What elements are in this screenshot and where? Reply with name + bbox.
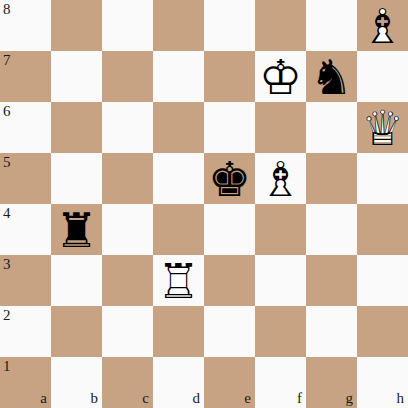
rank-label-3: 3	[3, 257, 11, 272]
black-knight[interactable]: ♞	[306, 51, 357, 102]
white-bishop-outline-icon: ♗	[255, 153, 306, 204]
square-g1[interactable]: g	[306, 357, 357, 408]
white-rook[interactable]: ♜♖	[153, 255, 204, 306]
square-d7[interactable]	[153, 51, 204, 102]
white-rook-outline-icon: ♖	[153, 255, 204, 306]
black-knight-icon: ♞	[306, 51, 357, 102]
square-g3[interactable]	[306, 255, 357, 306]
square-e3[interactable]	[204, 255, 255, 306]
square-h6[interactable]: ♛♕	[357, 102, 408, 153]
square-d4[interactable]	[153, 204, 204, 255]
rank-label-7: 7	[3, 53, 11, 68]
square-g5[interactable]	[306, 153, 357, 204]
black-rook[interactable]: ♜	[51, 204, 102, 255]
square-a6[interactable]: 6	[0, 102, 51, 153]
square-a7[interactable]: 7	[0, 51, 51, 102]
square-a5[interactable]: 5	[0, 153, 51, 204]
file-label-a: a	[40, 391, 47, 406]
white-queen-outline-icon: ♕	[357, 102, 408, 153]
square-h4[interactable]	[357, 204, 408, 255]
rank-label-4: 4	[3, 206, 11, 221]
square-f3[interactable]	[255, 255, 306, 306]
file-label-h: h	[397, 391, 405, 406]
square-h1[interactable]: h	[357, 357, 408, 408]
chess-board: 8♝♗7♚♔♞6♛♕5♚♝♗4♜3♜♖21abcdefgh	[0, 0, 408, 408]
file-label-g: g	[346, 391, 354, 406]
square-d3[interactable]: ♜♖	[153, 255, 204, 306]
square-d5[interactable]	[153, 153, 204, 204]
square-d2[interactable]	[153, 306, 204, 357]
black-rook-icon: ♜	[51, 204, 102, 255]
square-a8[interactable]: 8	[0, 0, 51, 51]
square-d6[interactable]	[153, 102, 204, 153]
white-queen[interactable]: ♛♕	[357, 102, 408, 153]
square-e6[interactable]	[204, 102, 255, 153]
square-g8[interactable]	[306, 0, 357, 51]
white-bishop[interactable]: ♝♗	[357, 0, 408, 51]
square-b4[interactable]: ♜	[51, 204, 102, 255]
rank-label-6: 6	[3, 104, 11, 119]
white-king[interactable]: ♚♔	[255, 51, 306, 102]
square-d8[interactable]	[153, 0, 204, 51]
square-d1[interactable]: d	[153, 357, 204, 408]
white-king-outline-icon: ♔	[255, 51, 306, 102]
rank-label-5: 5	[3, 155, 11, 170]
square-e8[interactable]	[204, 0, 255, 51]
square-c3[interactable]	[102, 255, 153, 306]
white-bishop[interactable]: ♝♗	[255, 153, 306, 204]
square-b5[interactable]	[51, 153, 102, 204]
square-a2[interactable]: 2	[0, 306, 51, 357]
square-e2[interactable]	[204, 306, 255, 357]
square-b2[interactable]	[51, 306, 102, 357]
square-c1[interactable]: c	[102, 357, 153, 408]
square-c4[interactable]	[102, 204, 153, 255]
square-b7[interactable]	[51, 51, 102, 102]
square-a3[interactable]: 3	[0, 255, 51, 306]
square-a1[interactable]: 1a	[0, 357, 51, 408]
square-a4[interactable]: 4	[0, 204, 51, 255]
square-b6[interactable]	[51, 102, 102, 153]
square-h5[interactable]	[357, 153, 408, 204]
square-f7[interactable]: ♚♔	[255, 51, 306, 102]
rank-label-2: 2	[3, 308, 11, 323]
rank-label-8: 8	[3, 2, 11, 17]
square-b1[interactable]: b	[51, 357, 102, 408]
rank-label-1: 1	[3, 359, 11, 374]
square-e1[interactable]: e	[204, 357, 255, 408]
white-bishop-outline-icon: ♗	[357, 0, 408, 51]
file-label-e: e	[244, 391, 251, 406]
black-king[interactable]: ♚	[204, 153, 255, 204]
square-f2[interactable]	[255, 306, 306, 357]
file-label-b: b	[91, 391, 99, 406]
square-b8[interactable]	[51, 0, 102, 51]
square-c6[interactable]	[102, 102, 153, 153]
square-h2[interactable]	[357, 306, 408, 357]
square-f8[interactable]	[255, 0, 306, 51]
square-f1[interactable]: f	[255, 357, 306, 408]
square-e7[interactable]	[204, 51, 255, 102]
square-c8[interactable]	[102, 0, 153, 51]
square-e5[interactable]: ♚	[204, 153, 255, 204]
square-c7[interactable]	[102, 51, 153, 102]
square-g2[interactable]	[306, 306, 357, 357]
file-label-d: d	[193, 391, 201, 406]
square-e4[interactable]	[204, 204, 255, 255]
square-h8[interactable]: ♝♗	[357, 0, 408, 51]
square-h3[interactable]	[357, 255, 408, 306]
file-label-c: c	[142, 391, 149, 406]
square-c2[interactable]	[102, 306, 153, 357]
square-h7[interactable]	[357, 51, 408, 102]
square-g7[interactable]: ♞	[306, 51, 357, 102]
black-king-icon: ♚	[204, 153, 255, 204]
square-f6[interactable]	[255, 102, 306, 153]
square-b3[interactable]	[51, 255, 102, 306]
square-f4[interactable]	[255, 204, 306, 255]
square-g6[interactable]	[306, 102, 357, 153]
file-label-f: f	[297, 391, 302, 406]
square-c5[interactable]	[102, 153, 153, 204]
square-g4[interactable]	[306, 204, 357, 255]
square-f5[interactable]: ♝♗	[255, 153, 306, 204]
